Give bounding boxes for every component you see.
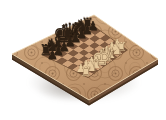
pieces-layer: ♜♞♝♛♚♝♞♜♟♟♟♟♟♟♟♟♟♟♟♟♟♟♟♟♜♞♝♛♚♝♞♜ <box>0 0 166 120</box>
light-rook[interactable]: ♜ <box>80 66 92 76</box>
chess-set-photo: ♜♞♝♛♚♝♞♜♟♟♟♟♟♟♟♟♟♟♟♟♟♟♟♟♜♞♝♛♚♝♞♜ <box>0 0 166 120</box>
dark-pawn[interactable]: ♟ <box>47 50 58 60</box>
board-wrapper: ♜♞♝♛♚♝♞♜♟♟♟♟♟♟♟♟♟♟♟♟♟♟♟♟♜♞♝♛♚♝♞♜ <box>0 0 166 120</box>
